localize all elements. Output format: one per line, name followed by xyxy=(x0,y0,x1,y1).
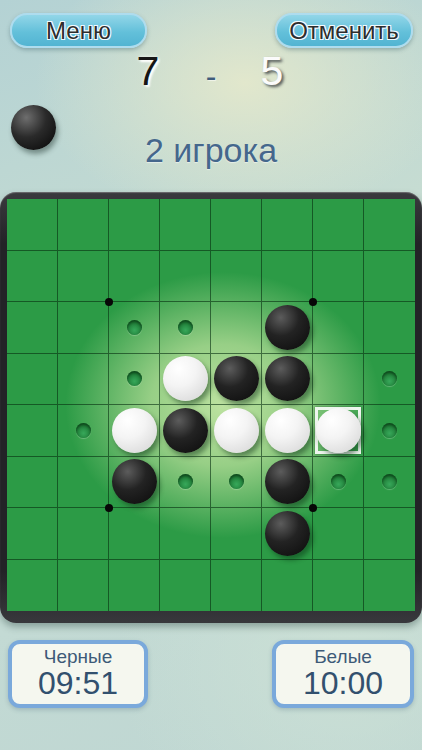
white-clock-time: 10:00 xyxy=(303,667,383,701)
board-star-dot xyxy=(105,504,113,512)
cell-h3[interactable] xyxy=(364,302,415,354)
board-star-dot xyxy=(105,298,113,306)
cell-c3[interactable] xyxy=(109,302,160,354)
legal-move-hint[interactable] xyxy=(382,371,397,386)
white-disc xyxy=(214,408,259,453)
cell-f1[interactable] xyxy=(262,199,313,251)
score-white-count: 5 xyxy=(240,50,304,92)
board xyxy=(7,199,415,611)
legal-move-hint[interactable] xyxy=(229,474,244,489)
white-disc xyxy=(112,408,157,453)
cell-a5[interactable] xyxy=(7,405,58,457)
cell-b1[interactable] xyxy=(58,199,109,251)
cell-c1[interactable] xyxy=(109,199,160,251)
cell-f6[interactable] xyxy=(262,457,313,509)
cell-e2[interactable] xyxy=(211,251,262,303)
score-separator: - xyxy=(179,55,243,97)
cell-b2[interactable] xyxy=(58,251,109,303)
black-clock-time: 09:51 xyxy=(38,667,118,701)
cell-d4[interactable] xyxy=(160,354,211,406)
cell-g4[interactable] xyxy=(313,354,364,406)
cell-d7[interactable] xyxy=(160,508,211,560)
cell-h4[interactable] xyxy=(364,354,415,406)
black-disc xyxy=(265,459,310,504)
cell-f3[interactable] xyxy=(262,302,313,354)
white-disc xyxy=(265,408,310,453)
cell-f5[interactable] xyxy=(262,405,313,457)
cell-d1[interactable] xyxy=(160,199,211,251)
cell-c4[interactable] xyxy=(109,354,160,406)
cell-d3[interactable] xyxy=(160,302,211,354)
cell-d6[interactable] xyxy=(160,457,211,509)
board-star-dot xyxy=(309,504,317,512)
black-clock-panel: Черные 09:51 xyxy=(8,640,148,708)
cell-b5[interactable] xyxy=(58,405,109,457)
black-disc xyxy=(163,408,208,453)
board-frame xyxy=(0,192,422,623)
black-disc xyxy=(214,356,259,401)
white-clock-panel: Белые 10:00 xyxy=(272,640,414,708)
cell-e4[interactable] xyxy=(211,354,262,406)
cell-d2[interactable] xyxy=(160,251,211,303)
cell-a2[interactable] xyxy=(7,251,58,303)
cell-h7[interactable] xyxy=(364,508,415,560)
black-clock-label: Черные xyxy=(44,647,113,667)
board-star-dot xyxy=(309,298,317,306)
cell-b7[interactable] xyxy=(58,508,109,560)
cell-b4[interactable] xyxy=(58,354,109,406)
legal-move-hint[interactable] xyxy=(178,320,193,335)
legal-move-hint[interactable] xyxy=(331,474,346,489)
cell-d8[interactable] xyxy=(160,560,211,612)
cell-b8[interactable] xyxy=(58,560,109,612)
cell-d5[interactable] xyxy=(160,405,211,457)
white-clock-label: Белые xyxy=(314,647,372,667)
cell-a7[interactable] xyxy=(7,508,58,560)
legal-move-hint[interactable] xyxy=(382,474,397,489)
cell-h1[interactable] xyxy=(364,199,415,251)
legal-move-hint[interactable] xyxy=(178,474,193,489)
board-grid xyxy=(7,199,415,611)
menu-button[interactable]: Меню xyxy=(10,13,147,48)
cell-e6[interactable] xyxy=(211,457,262,509)
cell-e1[interactable] xyxy=(211,199,262,251)
cell-g7[interactable] xyxy=(313,508,364,560)
cell-f8[interactable] xyxy=(262,560,313,612)
cell-e3[interactable] xyxy=(211,302,262,354)
cell-g3[interactable] xyxy=(313,302,364,354)
game-mode-label: 2 игрока xyxy=(0,131,422,170)
cell-h6[interactable] xyxy=(364,457,415,509)
cell-a3[interactable] xyxy=(7,302,58,354)
cell-f7[interactable] xyxy=(262,508,313,560)
cell-a1[interactable] xyxy=(7,199,58,251)
legal-move-hint[interactable] xyxy=(382,423,397,438)
legal-move-hint[interactable] xyxy=(127,371,142,386)
cell-c7[interactable] xyxy=(109,508,160,560)
cell-g5[interactable] xyxy=(313,405,364,457)
cell-g8[interactable] xyxy=(313,560,364,612)
legal-move-hint[interactable] xyxy=(127,320,142,335)
cell-e7[interactable] xyxy=(211,508,262,560)
app-screen: Меню Отменить 7 - 5 2 игрока Черные 09:5… xyxy=(0,0,422,750)
cell-h5[interactable] xyxy=(364,405,415,457)
cell-g2[interactable] xyxy=(313,251,364,303)
cell-h8[interactable] xyxy=(364,560,415,612)
cell-a6[interactable] xyxy=(7,457,58,509)
legal-move-hint[interactable] xyxy=(76,423,91,438)
cell-g6[interactable] xyxy=(313,457,364,509)
cell-a4[interactable] xyxy=(7,354,58,406)
cell-e8[interactable] xyxy=(211,560,262,612)
black-disc xyxy=(265,305,310,350)
cell-g1[interactable] xyxy=(313,199,364,251)
cell-c6[interactable] xyxy=(109,457,160,509)
cell-e5[interactable] xyxy=(211,405,262,457)
cell-f2[interactable] xyxy=(262,251,313,303)
white-disc xyxy=(316,408,361,453)
cell-b3[interactable] xyxy=(58,302,109,354)
black-disc xyxy=(265,356,310,401)
cell-h2[interactable] xyxy=(364,251,415,303)
black-disc xyxy=(112,459,157,504)
black-disc xyxy=(265,511,310,556)
cell-c5[interactable] xyxy=(109,405,160,457)
cancel-undo-button[interactable]: Отменить xyxy=(275,13,413,48)
cell-c2[interactable] xyxy=(109,251,160,303)
cell-b6[interactable] xyxy=(58,457,109,509)
cell-c8[interactable] xyxy=(109,560,160,612)
white-disc xyxy=(163,356,208,401)
score-black-count: 7 xyxy=(116,50,180,92)
cell-a8[interactable] xyxy=(7,560,58,612)
cell-f4[interactable] xyxy=(262,354,313,406)
